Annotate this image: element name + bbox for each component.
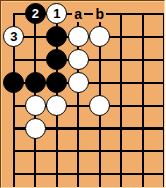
- board-cell: [111, 3, 133, 26]
- board-cell: [68, 71, 90, 94]
- white-stone-3: 3: [3, 26, 24, 47]
- board-cell: [46, 117, 68, 140]
- black-stone: [46, 72, 67, 93]
- board-cell: [3, 163, 25, 186]
- board-cell: [89, 140, 111, 163]
- board-cell: [89, 25, 111, 48]
- white-stone: [89, 26, 110, 47]
- black-stone: [46, 26, 67, 47]
- board-cell: [154, 163, 166, 186]
- board-cell: [154, 48, 166, 71]
- board-cell: [89, 71, 111, 94]
- board-cell: [46, 48, 68, 71]
- board-cell: b: [89, 3, 111, 26]
- black-stone: [3, 72, 24, 93]
- board-cell: [46, 25, 68, 48]
- black-stone: [46, 49, 67, 70]
- board-cell: [154, 71, 166, 94]
- board-cell: 2: [25, 3, 47, 26]
- board-cell: [89, 94, 111, 117]
- board-cell: [46, 163, 68, 186]
- board-cell: [25, 94, 47, 117]
- board-cell: [111, 163, 133, 186]
- board-cell: [132, 25, 154, 48]
- board-cell: [111, 71, 133, 94]
- board-cell: [25, 140, 47, 163]
- board-cell: [46, 94, 68, 117]
- white-stone: [25, 118, 46, 139]
- board-cell: a: [68, 3, 90, 26]
- go-board: 21ab3: [0, 0, 165, 188]
- board-cell: 3: [3, 25, 25, 48]
- board-cell: [111, 48, 133, 71]
- white-stone: [25, 95, 46, 116]
- board-cell: [132, 71, 154, 94]
- point-label-b: b: [93, 6, 106, 22]
- board-cell: [154, 140, 166, 163]
- white-stone: [46, 95, 67, 116]
- board-cell: [154, 94, 166, 117]
- board-cell: [89, 163, 111, 186]
- board-cell: [68, 117, 90, 140]
- board-cell: [46, 140, 68, 163]
- white-stone: [68, 49, 89, 70]
- board-cell: [25, 48, 47, 71]
- board-cell: [68, 140, 90, 163]
- board-cell: [25, 163, 47, 186]
- board-cell: [132, 48, 154, 71]
- board-cell: [111, 94, 133, 117]
- board-cell: [154, 25, 166, 48]
- board-cell: [154, 117, 166, 140]
- board-cell: [3, 140, 25, 163]
- board-cell: [132, 140, 154, 163]
- board-cell: [3, 3, 25, 26]
- board-cell: [25, 71, 47, 94]
- white-stone-1: 1: [46, 3, 67, 24]
- white-stone: [68, 26, 89, 47]
- board-cell: [132, 3, 154, 26]
- board-cell: [154, 3, 166, 26]
- black-stone-2: 2: [25, 3, 46, 24]
- board-cell: [132, 163, 154, 186]
- board-cell: [68, 25, 90, 48]
- white-stone: [89, 95, 110, 116]
- board-cell: [132, 94, 154, 117]
- board-cell: [3, 48, 25, 71]
- point-label-a: a: [72, 6, 84, 22]
- board-cell: [68, 48, 90, 71]
- board-cell: [25, 25, 47, 48]
- board-cell: [111, 117, 133, 140]
- board-cell: [89, 48, 111, 71]
- board-cell: [111, 25, 133, 48]
- board-cell: [3, 117, 25, 140]
- board-cell: [111, 140, 133, 163]
- board-cell: 1: [46, 3, 68, 26]
- board-cell: [25, 117, 47, 140]
- board-cell: [3, 94, 25, 117]
- board-cell: [132, 117, 154, 140]
- white-stone: [68, 72, 89, 93]
- board-cell: [68, 94, 90, 117]
- board-cell: [68, 163, 90, 186]
- board-cell: [89, 117, 111, 140]
- board-grid: 21ab3: [3, 3, 165, 186]
- black-stone: [25, 72, 46, 93]
- board-cell: [46, 71, 68, 94]
- board-cell: [3, 71, 25, 94]
